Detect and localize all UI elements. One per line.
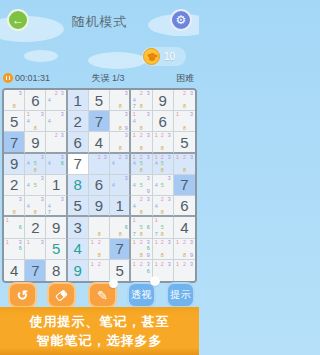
sudoku-cell[interactable]: 1578 — [153, 217, 174, 238]
note-digit: 1 — [153, 260, 159, 266]
note-digit: 3 — [145, 90, 151, 96]
given-digit: 9 — [31, 135, 39, 150]
sudoku-cell[interactable]: 38 — [4, 196, 25, 217]
mistakes-counter: 失误 1/3 — [50, 72, 176, 85]
note-digit: 5 — [138, 224, 144, 230]
note-digit: 3 — [123, 112, 129, 118]
candidate-notes: 123 — [174, 260, 195, 281]
candidate-notes: 128 — [89, 239, 109, 259]
sudoku-cell[interactable]: 1348 — [25, 111, 46, 132]
note-digit: 6 — [123, 224, 129, 230]
note-digit: 3 — [166, 239, 172, 245]
given-digit: 9 — [52, 220, 60, 235]
note-digit: 3 — [60, 90, 66, 96]
note-digit: 3 — [39, 175, 45, 181]
sudoku-cell[interactable]: 389 — [110, 111, 131, 132]
note-digit: 3 — [60, 196, 66, 202]
candidate-notes: 34 — [110, 175, 129, 195]
note-digit: 8 — [138, 209, 144, 215]
sudoku-cell[interactable]: 5 — [68, 196, 89, 217]
pause-button[interactable] — [3, 73, 13, 83]
sudoku-cell[interactable]: 38 — [4, 90, 25, 111]
sudoku-cell[interactable]: 7 — [68, 154, 89, 175]
sudoku-cell[interactable]: 2 — [25, 217, 46, 238]
given-digit: 2 — [10, 177, 18, 192]
sudoku-cell[interactable]: 123458 — [131, 154, 152, 175]
candidate-notes: 345 — [153, 175, 173, 195]
note-digit: 6 — [145, 267, 151, 273]
given-digit: 1 — [52, 177, 60, 192]
sudoku-cell[interactable]: 7 — [89, 111, 110, 132]
candidate-notes: 1348 — [131, 111, 151, 131]
note-digit: 3 — [39, 154, 45, 160]
note-digit: 2 — [160, 154, 166, 160]
note-digit: 2 — [53, 133, 59, 139]
candidate-notes: 345 — [25, 175, 45, 195]
user-digit: 5 — [52, 241, 60, 256]
candidate-notes: 1238 — [131, 132, 151, 151]
sudoku-cell[interactable]: 346 — [46, 154, 67, 175]
given-digit: 2 — [31, 220, 39, 235]
note-digit: 6 — [18, 224, 24, 230]
sudoku-cell[interactable]: 6 — [174, 196, 195, 217]
sudoku-cell[interactable]: 1236 — [131, 260, 152, 281]
xray-label: 透视 — [131, 288, 152, 302]
note-digit: 1 — [153, 218, 159, 224]
sudoku-cell[interactable]: 7 — [4, 132, 25, 153]
note-digit: 1 — [132, 133, 138, 139]
note-digit: 6 — [18, 246, 24, 252]
sudoku-cell[interactable]: 68 — [110, 217, 131, 238]
candidate-notes: 347 — [46, 196, 65, 215]
note-digit: 3 — [39, 239, 45, 245]
note-digit: 4 — [132, 182, 138, 188]
sudoku-cell[interactable]: 6 — [153, 111, 174, 132]
note-digit: 4 — [47, 118, 53, 124]
note-digit: 8 — [32, 125, 38, 131]
settings-button[interactable]: ⚙ — [170, 9, 192, 31]
page-title: 随机模式 — [0, 13, 199, 31]
candidate-notes: 38 — [4, 196, 24, 215]
note-digit: 3 — [18, 239, 24, 245]
note-digit: 5 — [160, 224, 166, 230]
candidate-notes: 346 — [46, 154, 65, 174]
sudoku-cell[interactable]: 4 — [174, 217, 195, 238]
candidate-notes: 1238 — [174, 154, 195, 174]
sudoku-cell[interactable]: 9 — [153, 90, 174, 111]
sudoku-cell[interactable]: 6 — [25, 90, 46, 111]
given-digit: 1 — [116, 198, 124, 213]
candidate-notes: 234 — [46, 90, 65, 110]
sudoku-cell[interactable]: 8 — [46, 260, 67, 281]
note-digit: 3 — [123, 90, 129, 96]
note-digit: 1 — [132, 112, 138, 118]
candidate-notes: 38 — [110, 132, 129, 151]
candidate-notes: 123689 — [131, 239, 151, 259]
sudoku-cell[interactable]: 1 — [110, 196, 131, 217]
given-digit: 4 — [180, 220, 188, 235]
note-digit: 1 — [26, 239, 32, 245]
note-digit: 8 — [32, 167, 38, 173]
given-digit: 7 — [116, 241, 124, 256]
note-digit: 1 — [174, 112, 180, 118]
note-digit: 3 — [166, 196, 172, 202]
note-digit: 4 — [26, 161, 32, 167]
user-digit: 8 — [74, 177, 82, 192]
note-digit: 4 — [132, 118, 138, 124]
sudoku-cell[interactable]: 123458 — [153, 154, 174, 175]
given-digit: 6 — [74, 135, 82, 150]
sudoku-cell[interactable]: 9 — [25, 132, 46, 153]
note-digit: 5 — [160, 161, 166, 167]
note-digit: 2 — [181, 239, 187, 245]
sudoku-cell[interactable]: 5 — [110, 260, 131, 281]
given-digit: 7 — [180, 177, 188, 192]
given-digit: 6 — [158, 114, 166, 129]
gear-icon: ⚙ — [176, 13, 187, 27]
note-digit: 2 — [117, 154, 123, 160]
note-digit: 1 — [89, 260, 95, 266]
sudoku-cell[interactable]: 7 — [174, 175, 195, 196]
hint-label: 提示 — [170, 288, 191, 302]
candidate-notes: 3458 — [25, 154, 45, 174]
note-digit: 8 — [117, 146, 123, 152]
note-digit: 3 — [188, 260, 194, 266]
note-digit: 3 — [145, 260, 151, 266]
note-digit: 2 — [181, 260, 187, 266]
note-digit: 4 — [153, 203, 159, 209]
note-digit: 8 — [138, 167, 144, 173]
candidate-notes: 1348 — [25, 111, 45, 131]
candidate-notes: 8 — [89, 217, 109, 237]
promo-banner[interactable]: 使用提示、笔记，甚至 智能笔记，选择多多 — [0, 307, 199, 355]
note-digit: 3 — [188, 90, 194, 96]
candidate-notes: 2348 — [131, 196, 151, 215]
given-digit: 6 — [180, 198, 188, 213]
note-digit: 1 — [132, 218, 138, 224]
timer: 00:01:31 — [15, 73, 50, 83]
note-digit: 8 — [138, 104, 144, 110]
banner-line-2: 智能笔记，选择多多 — [37, 332, 163, 349]
sudoku-cell[interactable]: 347 — [46, 196, 67, 217]
note-digit: 8 — [181, 125, 187, 131]
note-digit: 2 — [138, 239, 144, 245]
candidate-notes: 238 — [174, 90, 195, 110]
note-digit: 3 — [145, 133, 151, 139]
sudoku-cell[interactable]: 2348 — [153, 196, 174, 217]
sudoku-cell[interactable]: 1 — [46, 175, 67, 196]
note-digit: 1 — [132, 260, 138, 266]
candidate-notes: 23478 — [131, 90, 151, 110]
sudoku-cell[interactable]: 3 — [68, 217, 89, 238]
candidate-notes: 1578 — [153, 217, 173, 237]
sudoku-cell[interactable]: 15678 — [131, 217, 152, 238]
note-digit: 2 — [138, 154, 144, 160]
sudoku-cell[interactable]: 5 — [4, 111, 25, 132]
sudoku-cell[interactable]: 234 — [46, 90, 67, 111]
note-digit: 3 — [166, 154, 172, 160]
sudoku-cell[interactable]: 23478 — [131, 90, 152, 111]
undo-button[interactable]: ↺ — [8, 282, 37, 308]
candidate-notes: 1236 — [131, 260, 151, 281]
sudoku-cell[interactable]: 23 — [89, 154, 110, 175]
note-digit: 1 — [174, 154, 180, 160]
coin-counter[interactable]: 10 — [142, 47, 186, 66]
sudoku-cell[interactable]: 3458 — [25, 154, 46, 175]
candidate-notes: 13 — [25, 239, 45, 259]
note-digit: 1 — [153, 239, 159, 245]
sudoku-cell[interactable]: 238 — [174, 90, 195, 111]
user-digit: 4 — [74, 241, 82, 256]
candidate-notes: 38 — [4, 90, 24, 110]
sudoku-cell[interactable]: 1238 — [153, 239, 174, 260]
note-digit: 2 — [160, 239, 166, 245]
note-digit: 3 — [18, 90, 24, 96]
candidate-notes: 68 — [110, 217, 129, 237]
sudoku-cell[interactable]: 16 — [4, 217, 25, 238]
note-digit: 9 — [145, 189, 151, 195]
note-digit: 4 — [47, 161, 53, 167]
candidate-notes: 389 — [110, 111, 129, 131]
note-digit: 6 — [60, 161, 66, 167]
sudoku-board: 3862341538234789238513483427389134861387… — [2, 88, 197, 283]
sudoku-cell[interactable]: 128 — [89, 239, 110, 260]
sudoku-cell[interactable]: 1238 — [174, 154, 195, 175]
sudoku-cell[interactable]: 38 — [110, 90, 131, 111]
xray-toggle-dot[interactable] — [150, 276, 160, 286]
note-digit: 5 — [138, 161, 144, 167]
given-digit: 7 — [95, 114, 103, 129]
note-digit: 4 — [26, 203, 32, 209]
sudoku-cell[interactable]: 1348 — [131, 111, 152, 132]
sudoku-cell[interactable]: 12 — [89, 260, 110, 281]
given-digit: 5 — [10, 114, 18, 129]
note-digit: 8 — [181, 104, 187, 110]
given-digit: 9 — [10, 156, 18, 171]
sudoku-cell[interactable]: 12389 — [174, 239, 195, 260]
note-digit: 4 — [26, 182, 32, 188]
coin-count: 10 — [164, 51, 175, 62]
sudoku-cell[interactable]: 9 — [4, 154, 25, 175]
note-digit: 4 — [26, 118, 32, 124]
note-digit: 1 — [132, 239, 138, 245]
given-digit: 9 — [95, 198, 103, 213]
note-digit: 8 — [117, 125, 123, 131]
candidate-notes: 136 — [4, 239, 24, 259]
given-digit: 4 — [10, 263, 18, 278]
sudoku-cell[interactable]: 2 — [4, 175, 25, 196]
difficulty-label: 困难 — [176, 72, 194, 85]
note-digit: 9 — [145, 252, 151, 258]
status-bar: 00:01:31 失误 1/3 困难 — [3, 71, 194, 85]
note-digit: 7 — [47, 209, 53, 215]
given-digit: 7 — [31, 263, 39, 278]
note-digit: 4 — [110, 182, 116, 188]
note-digit: 8 — [96, 231, 102, 237]
candidate-notes: 34 — [46, 111, 65, 131]
note-digit: 3 — [39, 112, 45, 118]
sudoku-cell[interactable]: 5 — [174, 132, 195, 153]
sudoku-cell[interactable]: 7 — [110, 239, 131, 260]
sudoku-cell[interactable]: 345 — [25, 175, 46, 196]
note-digit: 3 — [39, 196, 45, 202]
note-digit: 3 — [188, 154, 194, 160]
given-digit: 7 — [74, 156, 82, 171]
note-digit: 1 — [132, 154, 138, 160]
note-digit: 8 — [96, 252, 102, 258]
given-digit: 5 — [116, 263, 124, 278]
sudoku-cell[interactable]: 348 — [25, 196, 46, 217]
sudoku-cell[interactable]: 8 — [89, 217, 110, 238]
given-digit: 4 — [95, 135, 103, 150]
candidate-notes: 138 — [174, 111, 195, 131]
note-digit: 7 — [153, 231, 159, 237]
note-digit: 2 — [96, 260, 102, 266]
note-digit: 4 — [153, 161, 159, 167]
note-digit: 8 — [160, 167, 166, 173]
note-digit: 3 — [145, 239, 151, 245]
user-digit: 9 — [74, 263, 82, 278]
note-digit: 5 — [160, 182, 166, 188]
given-digit: 5 — [180, 135, 188, 150]
given-digit: 5 — [95, 93, 103, 108]
sudoku-cell[interactable]: 2348 — [131, 196, 152, 217]
sudoku-cell[interactable]: 1238 — [153, 132, 174, 153]
note-digit: 1 — [174, 260, 180, 266]
note-digit: 8 — [138, 231, 144, 237]
sudoku-cell[interactable]: 5 — [46, 239, 67, 260]
note-digit: 3 — [188, 112, 194, 118]
sudoku-cell[interactable]: 123 — [174, 260, 195, 281]
note-digit: 5 — [138, 182, 144, 188]
note-digit: 1 — [4, 218, 10, 224]
sudoku-cell[interactable]: 6 — [89, 175, 110, 196]
note-digit: 4 — [132, 161, 138, 167]
sudoku-cell[interactable]: 7 — [25, 260, 46, 281]
note-digit: 4 — [153, 182, 159, 188]
note-digit: 1 — [153, 133, 159, 139]
sudoku-cell[interactable]: 345 — [153, 175, 174, 196]
note-digit: 4 — [132, 203, 138, 209]
sudoku-cell[interactable]: 6 — [68, 132, 89, 153]
note-digit: 9 — [188, 252, 194, 258]
sudoku-cell[interactable]: 4 — [68, 239, 89, 260]
sudoku-cell[interactable]: 9 — [68, 260, 89, 281]
pencil-toggle-dot[interactable] — [109, 279, 118, 288]
sudoku-cell[interactable]: 23 — [46, 132, 67, 153]
candidate-notes: 348 — [25, 196, 45, 215]
note-digit: 3 — [145, 196, 151, 202]
sudoku-cell[interactable]: 34 — [46, 111, 67, 132]
sudoku-cell[interactable]: 38 — [110, 132, 131, 153]
candidate-notes: 15678 — [131, 217, 151, 237]
note-digit: 1 — [4, 239, 10, 245]
note-digit: 8 — [138, 252, 144, 258]
candidate-notes: 123458 — [131, 154, 151, 174]
xray-button[interactable]: 透视 — [127, 282, 156, 308]
note-digit: 4 — [110, 161, 116, 167]
candidate-notes: 1238 — [153, 132, 173, 151]
note-digit: 8 — [160, 209, 166, 215]
candidate-notes: 123458 — [153, 154, 173, 174]
note-digit: 2 — [96, 239, 102, 245]
note-digit: 2 — [138, 260, 144, 266]
sudoku-cell[interactable]: 4 — [4, 260, 25, 281]
sudoku-cell[interactable]: 9 — [89, 196, 110, 217]
given-digit: 7 — [10, 135, 18, 150]
note-digit: 3 — [166, 133, 172, 139]
note-digit: 6 — [145, 246, 151, 252]
note-digit: 2 — [160, 260, 166, 266]
note-digit: 4 — [47, 203, 53, 209]
paw-coin-icon — [143, 48, 160, 65]
given-digit: 6 — [31, 93, 39, 108]
cloud-decoration — [24, 50, 58, 62]
note-digit: 2 — [160, 196, 166, 202]
candidate-notes: 23 — [89, 154, 109, 174]
candidate-notes: 23 — [46, 132, 65, 151]
note-digit: 8 — [138, 125, 144, 131]
note-digit: 7 — [132, 104, 138, 110]
note-digit: 3 — [166, 260, 172, 266]
sudoku-cell[interactable]: 2 — [68, 111, 89, 132]
sudoku-cell[interactable]: 1238 — [131, 132, 152, 153]
candidate-notes: 1238 — [153, 239, 173, 259]
candidate-notes: 2348 — [153, 196, 173, 215]
hint-button[interactable]: 提示 — [166, 282, 195, 308]
note-digit: 3 — [60, 133, 66, 139]
sudoku-cell[interactable]: 13 — [25, 239, 46, 260]
note-digit: 1 — [174, 239, 180, 245]
note-digit: 2 — [181, 90, 187, 96]
note-digit: 1 — [153, 154, 159, 160]
sudoku-cell[interactable]: 123689 — [131, 239, 152, 260]
sudoku-cell[interactable]: 136 — [4, 239, 25, 260]
note-digit: 3 — [145, 154, 151, 160]
note-digit: 2 — [160, 133, 166, 139]
sudoku-cell[interactable]: 234 — [110, 154, 131, 175]
note-digit: 3 — [18, 196, 24, 202]
given-digit: 3 — [74, 220, 82, 235]
sudoku-cell[interactable]: 138 — [174, 111, 195, 132]
given-digit: 5 — [74, 198, 82, 213]
note-digit: 2 — [138, 196, 144, 202]
sudoku-cell[interactable]: 4 — [89, 132, 110, 153]
sudoku-cell[interactable]: 5 — [89, 90, 110, 111]
eraser-icon — [55, 289, 68, 301]
sudoku-cell[interactable]: 1 — [68, 90, 89, 111]
note-digit: 8 — [117, 231, 123, 237]
note-digit: 3 — [145, 112, 151, 118]
eraser-button[interactable] — [47, 282, 76, 308]
note-digit: 3 — [188, 239, 194, 245]
note-digit: 8 — [11, 104, 17, 110]
note-digit: 5 — [32, 161, 38, 167]
note-digit: 8 — [181, 167, 187, 173]
given-digit: 1 — [74, 93, 82, 108]
note-digit: 4 — [47, 97, 53, 103]
sudoku-cell[interactable]: 3459 — [131, 175, 152, 196]
sudoku-cell[interactable]: 9 — [46, 217, 67, 238]
note-digit: 8 — [32, 209, 38, 215]
given-digit: 2 — [74, 114, 82, 129]
note-digit: 5 — [32, 182, 38, 188]
given-digit: 8 — [52, 263, 60, 278]
sudoku-cell[interactable]: 34 — [110, 175, 131, 196]
sudoku-cell[interactable]: 8 — [68, 175, 89, 196]
banner-line-1: 使用提示、笔记，甚至 — [30, 313, 170, 330]
candidate-notes: 234 — [110, 154, 129, 174]
